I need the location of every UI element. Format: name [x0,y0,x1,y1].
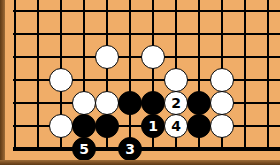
intersection-r4c6[interactable] [119,69,142,92]
intersection-r3c6[interactable] [119,46,142,69]
white-stone [72,91,96,115]
intersection-r4c10[interactable] [211,69,234,92]
intersection-r2c3[interactable] [50,23,73,46]
intersection-r6c2[interactable] [27,115,50,138]
intersection-r2c12[interactable] [257,23,280,46]
intersection-r5c4[interactable] [73,92,96,115]
intersection-r7c4[interactable]: 5 [73,138,96,161]
black-stone-move-1: 1 [141,114,165,138]
intersection-r2c8[interactable] [165,23,188,46]
intersection-r6c9[interactable] [188,115,211,138]
black-stone [141,91,165,115]
intersection-r3c3[interactable] [50,46,73,69]
go-board-diagram: 21453 [0,0,280,165]
intersection-r7c9[interactable] [188,138,211,161]
intersection-r4c7[interactable] [142,69,165,92]
intersection-r3c4[interactable] [73,46,96,69]
intersection-r5c10[interactable] [211,92,234,115]
black-stone [72,114,96,138]
white-stone [164,68,188,92]
white-stone [141,45,165,69]
intersection-r4c9[interactable] [188,69,211,92]
board-grid: 21453 [4,0,280,161]
black-stone [118,91,142,115]
intersection-r5c3[interactable] [50,92,73,115]
black-stone-move-5: 5 [72,137,96,161]
intersection-r3c11[interactable] [234,46,257,69]
intersection-r2c1[interactable] [4,23,27,46]
intersection-r5c2[interactable] [27,92,50,115]
black-stone [187,114,211,138]
intersection-r6c12[interactable] [257,115,280,138]
intersection-r1c12[interactable] [257,0,280,23]
intersection-r6c1[interactable] [4,115,27,138]
intersection-r1c11[interactable] [234,0,257,23]
intersection-r7c1[interactable] [4,138,27,161]
intersection-r1c3[interactable] [50,0,73,23]
intersection-r7c2[interactable] [27,138,50,161]
intersection-r2c4[interactable] [73,23,96,46]
intersection-r5c12[interactable] [257,92,280,115]
intersection-r1c2[interactable] [27,0,50,23]
black-stone-move-3: 3 [118,137,142,161]
board-frame-bottom-edge [0,160,280,165]
board-frame-left-edge [0,0,5,165]
intersection-r2c5[interactable] [96,23,119,46]
intersection-r6c5[interactable] [96,115,119,138]
intersection-r3c5[interactable] [96,46,119,69]
intersection-r5c1[interactable] [4,92,27,115]
intersection-r2c6[interactable] [119,23,142,46]
intersection-r7c8[interactable] [165,138,188,161]
intersection-r7c5[interactable] [96,138,119,161]
intersection-r1c5[interactable] [96,0,119,23]
white-stone [95,91,119,115]
intersection-r2c10[interactable] [211,23,234,46]
intersection-r4c3[interactable] [50,69,73,92]
intersection-r6c11[interactable] [234,115,257,138]
white-stone [210,114,234,138]
white-stone-move-4: 4 [164,114,188,138]
intersection-r5c6[interactable] [119,92,142,115]
intersection-r1c8[interactable] [165,0,188,23]
intersection-r5c9[interactable] [188,92,211,115]
intersection-r5c8[interactable]: 2 [165,92,188,115]
intersection-r4c1[interactable] [4,69,27,92]
intersection-r6c8[interactable]: 4 [165,115,188,138]
intersection-r6c3[interactable] [50,115,73,138]
intersection-r3c1[interactable] [4,46,27,69]
white-stone [210,68,234,92]
intersection-r3c2[interactable] [27,46,50,69]
intersection-r3c10[interactable] [211,46,234,69]
intersection-r6c6[interactable] [119,115,142,138]
intersection-r2c11[interactable] [234,23,257,46]
intersection-r1c9[interactable] [188,0,211,23]
intersection-r7c3[interactable] [50,138,73,161]
intersection-r7c12[interactable] [257,138,280,161]
white-stone [95,45,119,69]
intersection-r1c7[interactable] [142,0,165,23]
intersection-r4c12[interactable] [257,69,280,92]
intersection-r2c7[interactable] [142,23,165,46]
intersection-r1c1[interactable] [4,0,27,23]
intersection-r7c6[interactable]: 3 [119,138,142,161]
intersection-r2c2[interactable] [27,23,50,46]
intersection-r1c10[interactable] [211,0,234,23]
intersection-r4c2[interactable] [27,69,50,92]
intersection-r4c5[interactable] [96,69,119,92]
intersection-r3c8[interactable] [165,46,188,69]
intersection-r6c7[interactable]: 1 [142,115,165,138]
intersection-r7c10[interactable] [211,138,234,161]
intersection-r3c12[interactable] [257,46,280,69]
intersection-r1c4[interactable] [73,0,96,23]
white-stone-move-2: 2 [164,91,188,115]
intersection-r3c7[interactable] [142,46,165,69]
intersection-r5c11[interactable] [234,92,257,115]
intersection-r2c9[interactable] [188,23,211,46]
intersection-r7c11[interactable] [234,138,257,161]
intersection-r7c7[interactable] [142,138,165,161]
white-stone [49,68,73,92]
white-stone [210,91,234,115]
white-stone [49,114,73,138]
intersection-r1c6[interactable] [119,0,142,23]
black-stone [95,114,119,138]
intersection-r4c11[interactable] [234,69,257,92]
intersection-r5c7[interactable] [142,92,165,115]
black-stone [187,91,211,115]
intersection-r4c8[interactable] [165,69,188,92]
intersection-r4c4[interactable] [73,69,96,92]
intersection-r5c5[interactable] [96,92,119,115]
intersection-r6c10[interactable] [211,115,234,138]
intersection-r3c9[interactable] [188,46,211,69]
intersection-r6c4[interactable] [73,115,96,138]
